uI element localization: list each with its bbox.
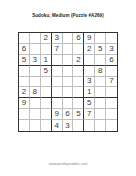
cell-r6c2: 8 <box>30 87 41 98</box>
cell-r6c8 <box>95 87 106 98</box>
cell-r2c5 <box>63 44 74 55</box>
cell-r6c3 <box>41 87 52 98</box>
cell-r3c9: 6 <box>106 55 117 66</box>
cell-r8c4: 9 <box>52 109 63 120</box>
cell-r2c3 <box>41 44 52 55</box>
cell-r4c2 <box>30 66 41 77</box>
cell-r1c4: 3 <box>52 33 63 44</box>
cell-r9c3 <box>41 120 52 131</box>
cell-r1c1 <box>19 33 30 44</box>
cell-r5c9: 7 <box>106 77 117 88</box>
cell-r9c9 <box>106 120 117 131</box>
cell-r3c1: 5 <box>19 55 30 66</box>
cell-r5c2 <box>30 77 41 88</box>
cell-r4c1 <box>19 66 30 77</box>
cell-r5c1 <box>19 77 30 88</box>
cell-r8c3 <box>41 109 52 120</box>
cell-r4c9 <box>106 66 117 77</box>
cell-r7c5 <box>63 98 74 109</box>
cell-r5c8 <box>95 77 106 88</box>
cell-r6c6 <box>73 87 84 98</box>
cell-r4c7 <box>84 66 95 77</box>
cell-r7c8 <box>95 98 106 109</box>
cell-r6c1: 2 <box>19 87 30 98</box>
cell-r1c6: 6 <box>73 33 84 44</box>
cell-r7c1: 9 <box>19 98 30 109</box>
cell-r6c5 <box>63 87 74 98</box>
cell-r9c5: 3 <box>63 120 74 131</box>
cell-r2c8: 5 <box>95 44 106 55</box>
cell-r3c4 <box>52 55 63 66</box>
cell-r5c7: 3 <box>84 77 95 88</box>
cell-r8c5: 6 <box>63 109 74 120</box>
cell-r2c9: 3 <box>106 44 117 55</box>
cell-r9c2 <box>30 120 41 131</box>
cell-r4c3: 5 <box>41 66 52 77</box>
cell-r2c1: 6 <box>19 44 30 55</box>
cell-r6c7: 1 <box>84 87 95 98</box>
cell-r8c2 <box>30 109 41 120</box>
cell-r1c3: 2 <box>41 33 52 44</box>
cell-r9c7 <box>84 120 95 131</box>
cell-r1c2 <box>30 33 41 44</box>
cell-r3c8 <box>95 55 106 66</box>
cell-r5c4 <box>52 77 63 88</box>
cell-r8c1 <box>19 109 30 120</box>
cell-r5c5 <box>63 77 74 88</box>
cell-r5c3 <box>41 77 52 88</box>
cell-r9c4: 4 <box>52 120 63 131</box>
cell-r8c6: 5 <box>73 109 84 120</box>
cell-r8c7: 7 <box>84 109 95 120</box>
cell-r3c5 <box>63 55 74 66</box>
cell-r3c2: 3 <box>30 55 41 66</box>
cell-r6c9 <box>106 87 117 98</box>
cell-r7c6 <box>73 98 84 109</box>
cell-r3c3: 1 <box>41 55 52 66</box>
cell-r1c5 <box>63 33 74 44</box>
cell-r7c3 <box>41 98 52 109</box>
cell-r2c2 <box>30 44 41 55</box>
cell-r4c5 <box>63 66 74 77</box>
cell-r8c8 <box>95 109 106 120</box>
cell-r4c6 <box>73 66 84 77</box>
cell-r2c4: 7 <box>52 44 63 55</box>
cell-r1c7: 9 <box>84 33 95 44</box>
cell-r6c4 <box>52 87 63 98</box>
cell-r3c7 <box>84 55 95 66</box>
cell-r9c6 <box>73 120 84 131</box>
cell-r2c7: 2 <box>84 44 95 55</box>
cell-r5c6 <box>73 77 84 88</box>
sudoku-grid: 23696725353126583728195965743 <box>18 32 118 132</box>
cell-r1c8 <box>95 33 106 44</box>
cell-r9c8 <box>95 120 106 131</box>
cell-r4c4 <box>52 66 63 77</box>
cell-r1c9 <box>106 33 117 44</box>
cell-r3c6: 2 <box>73 55 84 66</box>
cell-r8c9 <box>106 109 117 120</box>
cell-r7c2 <box>30 98 41 109</box>
cell-r7c4 <box>52 98 63 109</box>
cell-r9c1 <box>19 120 30 131</box>
cell-r2c6 <box>73 44 84 55</box>
cell-r7c7: 5 <box>84 98 95 109</box>
footer-url: www.printmysudoku.com <box>0 162 136 166</box>
page-title: Sudoku, Medium (Puzzle #A269) <box>0 13 136 18</box>
cell-r4c8: 8 <box>95 66 106 77</box>
cell-r7c9 <box>106 98 117 109</box>
